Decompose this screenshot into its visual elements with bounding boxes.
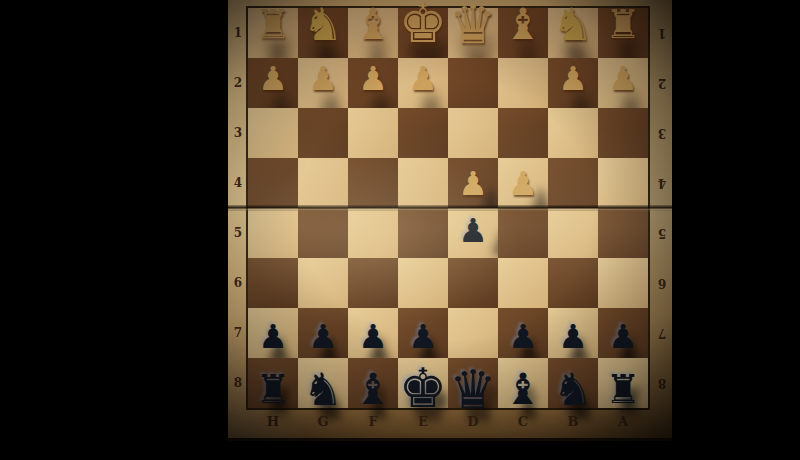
square-e1: ♚ [398,8,448,58]
square-g3 [298,108,348,158]
square-c3 [498,108,548,158]
square-e3 [398,108,448,158]
square-g6 [298,258,348,308]
square-e5 [398,208,448,258]
rank-label-right-2: 2 [652,74,672,92]
piece-black-bishop-c8: ♝ [504,368,543,411]
piece-black-knight-b8: ♞ [553,367,593,412]
square-d3 [448,108,498,158]
square-f6 [348,258,398,308]
square-g1: ♞ [298,8,348,58]
square-c8: ♝ [498,358,548,408]
rank-label-right-6: 6 [652,274,672,292]
square-b2: ♟ [548,58,598,108]
rank-label-right-3: 3 [652,124,672,142]
square-h2: ♟ [248,58,298,108]
piece-black-rook-a8: ♜ [605,369,641,409]
rank-label-left-3: 3 [228,124,248,142]
rank-label-right-1: 1 [652,24,672,42]
rank-label-left-2: 2 [228,74,248,92]
piece-white-pawn-c4: ♟ [508,167,538,200]
file-label-E: E [398,411,448,433]
photo-background: ♜♞♝♚♛♝♞♜♟♟♟♟♟♟♟♟♟♟♟♟♟♟♟♟♜♞♝♚♛♝♞♜ 1234567… [0,0,800,460]
square-e7: ♟ [398,308,448,358]
square-g7: ♟ [298,308,348,358]
piece-black-rook-h8: ♜ [255,369,291,409]
square-h8: ♜ [248,358,298,408]
square-b8: ♞ [548,358,598,408]
piece-white-king-e1: ♚ [399,0,447,51]
square-c2 [498,58,548,108]
piece-white-knight-b1: ♞ [553,2,593,47]
piece-white-bishop-f1: ♝ [354,3,393,46]
square-a8: ♜ [598,358,648,408]
rank-label-left-4: 4 [228,174,248,192]
rank-label-left-5: 5 [228,224,248,242]
piece-black-knight-g8: ♞ [303,367,343,412]
square-c5 [498,208,548,258]
chess-board: ♜♞♝♚♛♝♞♜♟♟♟♟♟♟♟♟♟♟♟♟♟♟♟♟♜♞♝♚♛♝♞♜ 1234567… [228,0,672,441]
piece-black-pawn-b7: ♟ [558,320,588,353]
piece-white-knight-g1: ♞ [303,2,343,47]
piece-white-rook-h1: ♜ [255,4,291,44]
square-h1: ♜ [248,8,298,58]
square-e8: ♚ [398,358,448,408]
square-b5 [548,208,598,258]
square-f2: ♟ [348,58,398,108]
rank-label-right-4: 4 [652,174,672,192]
square-b1: ♞ [548,8,598,58]
square-a6 [598,258,648,308]
square-g4 [298,158,348,208]
rank-label-right-5: 5 [652,224,672,242]
piece-black-king-e8: ♚ [399,362,447,416]
piece-white-pawn-e2: ♟ [408,62,438,95]
square-h5 [248,208,298,258]
square-d8: ♛ [448,358,498,408]
piece-white-pawn-h2: ♟ [258,62,288,95]
file-label-G: G [298,411,348,433]
piece-white-pawn-g2: ♟ [308,62,338,95]
square-h3 [248,108,298,158]
piece-black-pawn-d5: ♟ [458,214,488,247]
square-h4 [248,158,298,208]
square-e6 [398,258,448,308]
square-a4 [598,158,648,208]
square-e2: ♟ [398,58,448,108]
piece-black-bishop-f8: ♝ [354,368,393,411]
file-label-A: A [598,411,648,433]
file-label-H: H [248,411,298,433]
square-g8: ♞ [298,358,348,408]
square-a1: ♜ [598,8,648,58]
square-d5: ♟ [448,208,498,258]
rank-label-left-1: 1 [228,24,248,42]
square-b6 [548,258,598,308]
square-f5 [348,208,398,258]
piece-black-pawn-c7: ♟ [508,320,538,353]
board-grid: ♜♞♝♚♛♝♞♜♟♟♟♟♟♟♟♟♟♟♟♟♟♟♟♟♜♞♝♚♛♝♞♜ [248,8,648,408]
file-label-D: D [448,411,498,433]
piece-black-pawn-a7: ♟ [608,320,638,353]
piece-white-pawn-d4: ♟ [458,167,488,200]
piece-white-pawn-f2: ♟ [358,62,388,95]
rank-label-left-8: 8 [228,374,248,392]
piece-black-pawn-e7: ♟ [408,320,438,353]
square-b7: ♟ [548,308,598,358]
square-d2 [448,58,498,108]
square-c6 [498,258,548,308]
square-b4 [548,158,598,208]
file-label-F: F [348,411,398,433]
square-c4: ♟ [498,158,548,208]
piece-white-pawn-a2: ♟ [608,62,638,95]
rank-label-left-6: 6 [228,274,248,292]
square-g5 [298,208,348,258]
piece-white-pawn-b2: ♟ [558,62,588,95]
file-label-B: B [548,411,598,433]
piece-white-bishop-c1: ♝ [504,3,543,46]
piece-white-rook-a1: ♜ [605,4,641,44]
square-a7: ♟ [598,308,648,358]
piece-black-pawn-g7: ♟ [308,320,338,353]
square-h7: ♟ [248,308,298,358]
square-f1: ♝ [348,8,398,58]
square-f3 [348,108,398,158]
piece-black-pawn-h7: ♟ [258,320,288,353]
square-a5 [598,208,648,258]
square-f8: ♝ [348,358,398,408]
square-f4 [348,158,398,208]
square-c1: ♝ [498,8,548,58]
piece-black-queen-d8: ♛ [449,363,497,416]
rank-label-left-7: 7 [228,324,248,342]
square-a3 [598,108,648,158]
square-a2: ♟ [598,58,648,108]
square-e4 [398,158,448,208]
square-d7 [448,308,498,358]
piece-white-queen-d1: ♛ [449,0,497,51]
file-label-C: C [498,411,548,433]
piece-black-pawn-f7: ♟ [358,320,388,353]
square-f7: ♟ [348,308,398,358]
square-g2: ♟ [298,58,348,108]
square-b3 [548,108,598,158]
square-c7: ♟ [498,308,548,358]
square-d1: ♛ [448,8,498,58]
square-d6 [448,258,498,308]
square-d4: ♟ [448,158,498,208]
square-h6 [248,258,298,308]
rank-label-right-7: 7 [652,324,672,342]
rank-label-right-8: 8 [652,374,672,392]
